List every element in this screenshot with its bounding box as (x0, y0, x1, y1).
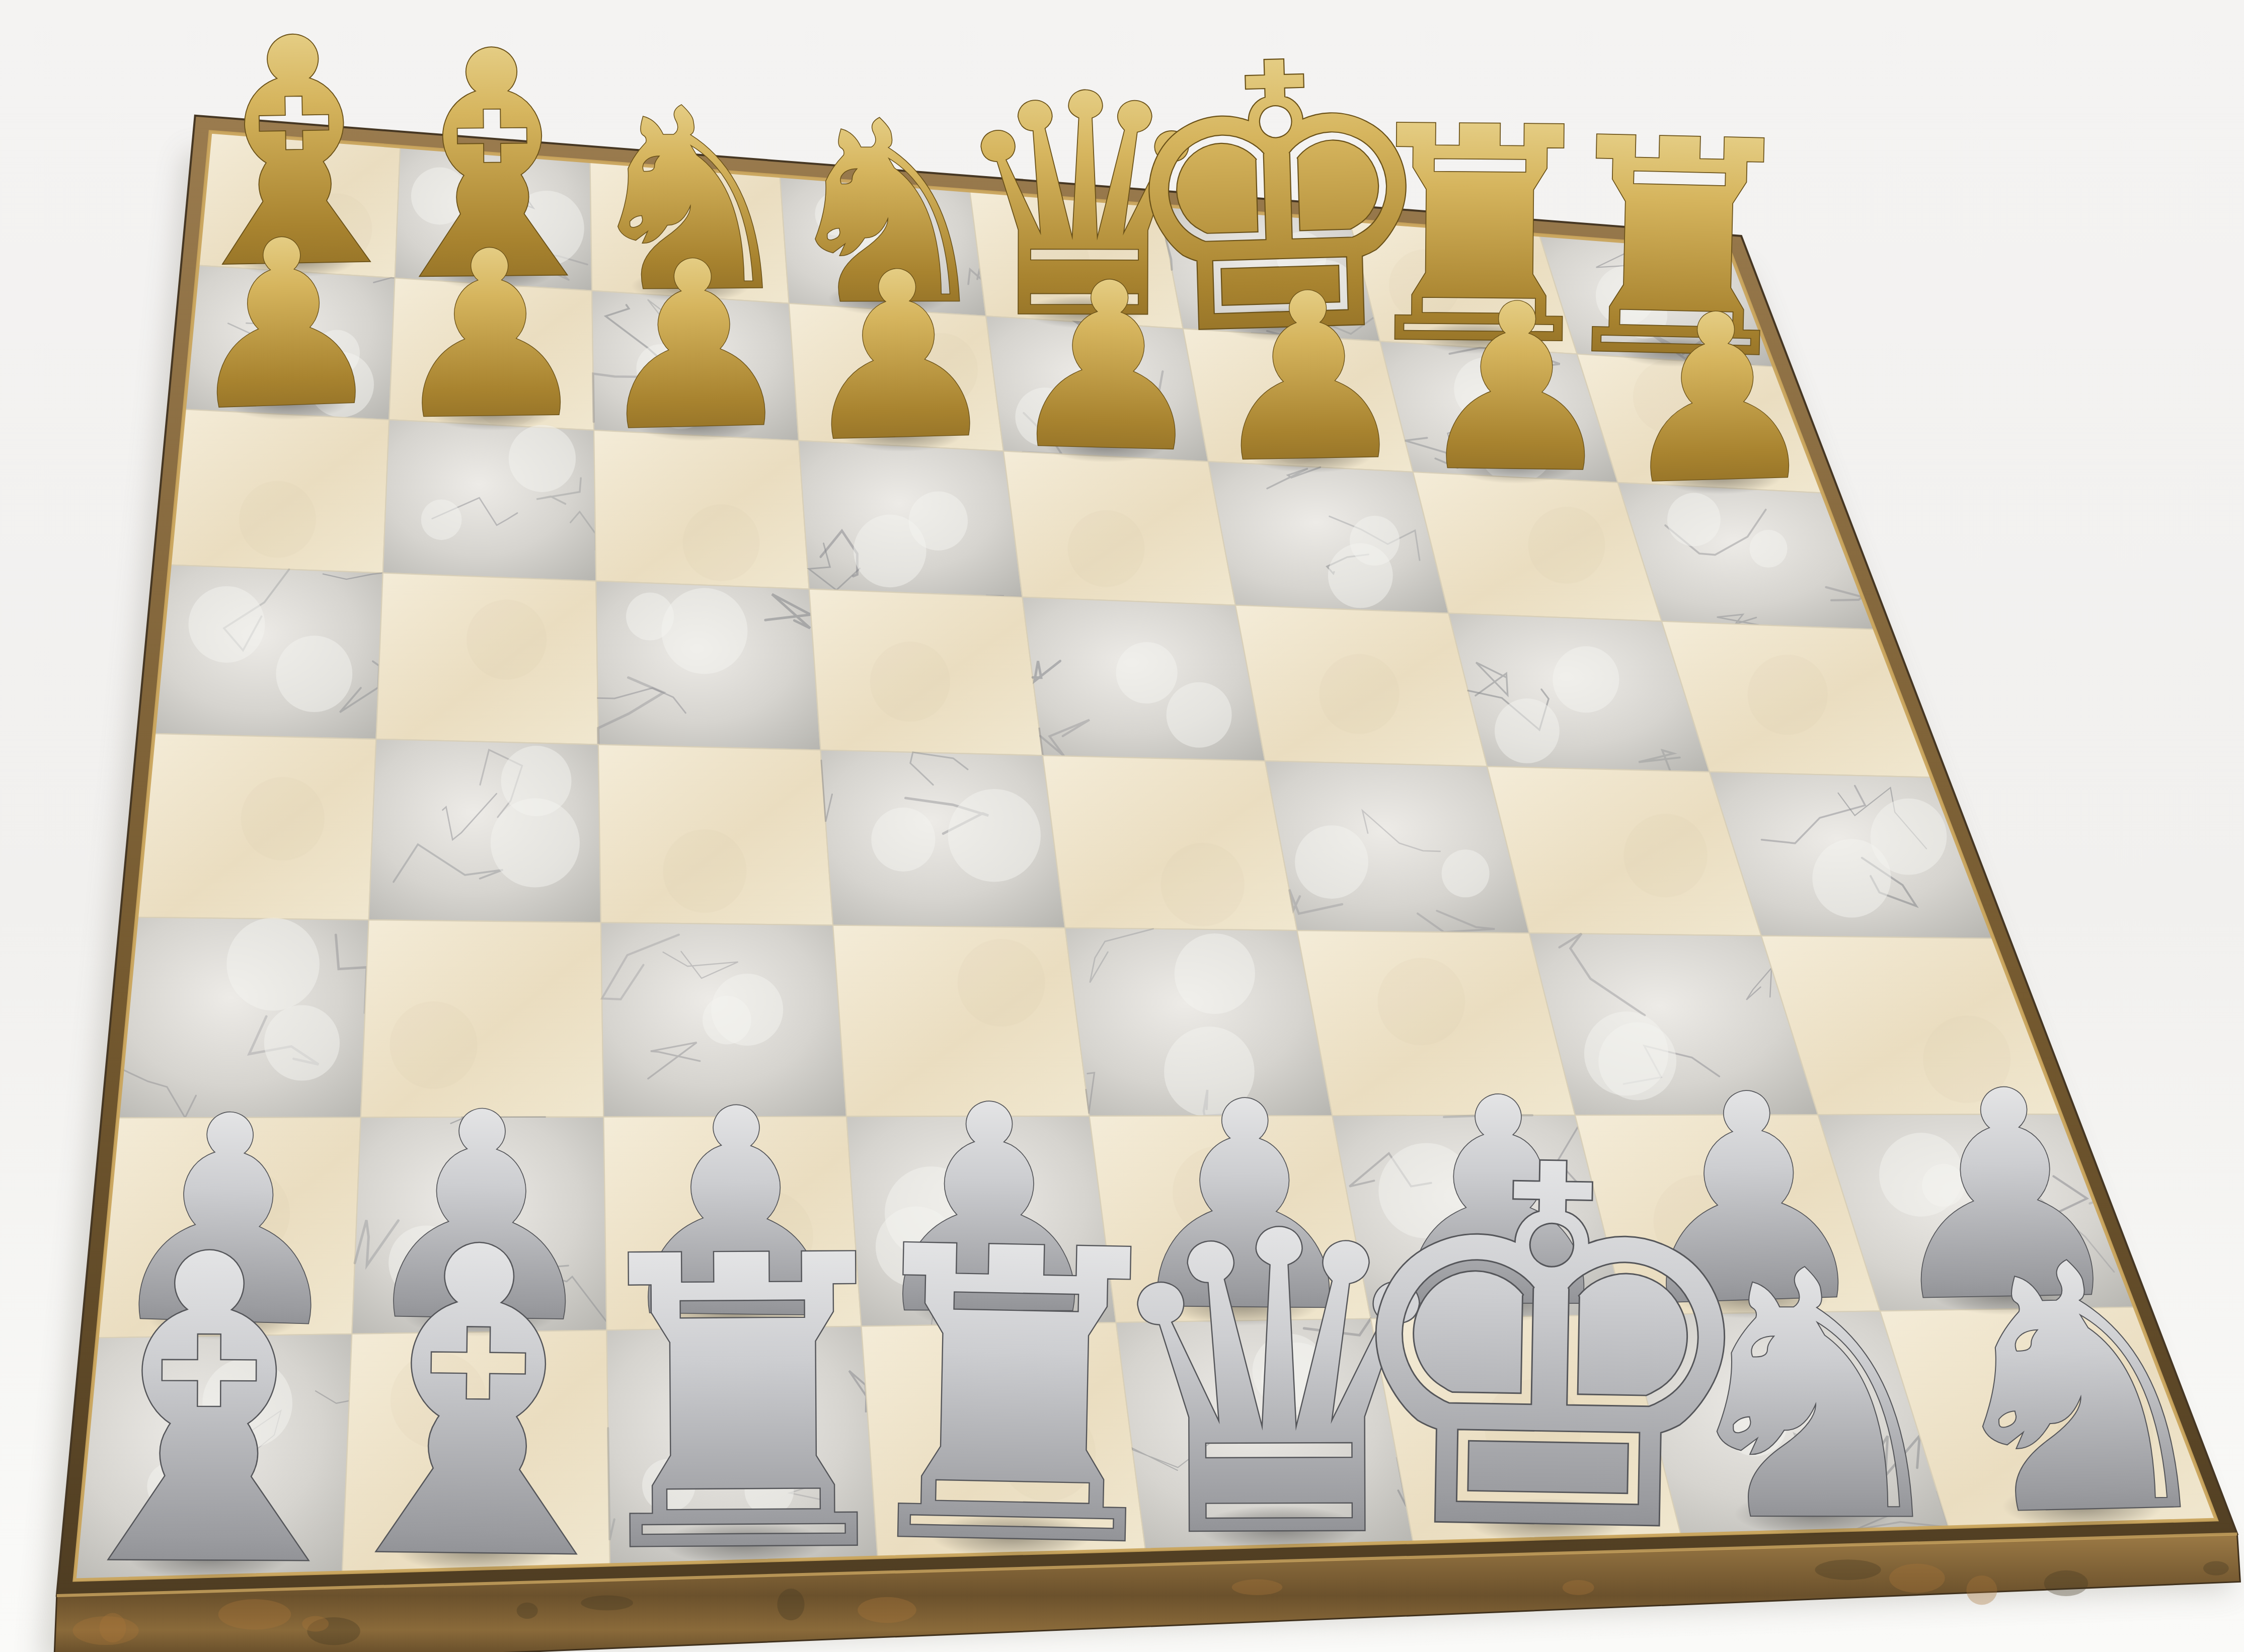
marble-tint (870, 642, 950, 722)
piece-gold-pawn-b7[interactable]: ♟ (386, 201, 595, 470)
marble-cloud (276, 636, 352, 712)
marble-cloud (626, 593, 674, 641)
piece-gold-pawn-c7[interactable]: ♟ (588, 210, 800, 482)
marble-cloud (501, 746, 572, 816)
marble-cloud (909, 492, 968, 551)
marble-cloud (1116, 642, 1178, 703)
marble-cloud (226, 918, 320, 1011)
marble-cloud (1871, 799, 1947, 875)
marble-cloud (1328, 543, 1393, 608)
marble-cloud (1175, 933, 1255, 1014)
marble-cloud (1495, 698, 1560, 763)
marble-cloud (1749, 530, 1787, 568)
marble-cloud (871, 808, 935, 872)
marble-cloud (189, 586, 265, 663)
marble-tint (958, 939, 1045, 1027)
marble-tint (1377, 958, 1465, 1046)
marble-tint (1624, 814, 1708, 897)
marble-tint (239, 481, 316, 558)
marble-cloud (948, 789, 1041, 882)
piece-gold-pawn-a7[interactable]: ♟ (177, 188, 392, 462)
marble-cloud (703, 996, 751, 1045)
marble-cloud (1295, 825, 1368, 899)
piece-gold-pawn-g7[interactable]: ♟ (1412, 254, 1620, 524)
marble-cloud (661, 588, 747, 674)
marble-cloud (1553, 646, 1619, 713)
piece-gold-pawn-e7[interactable]: ♟ (1001, 231, 1214, 504)
marble-tint (1068, 510, 1145, 587)
piece-gold-pawn-h7[interactable]: ♟ (1611, 263, 1824, 536)
marble-tint (1748, 655, 1828, 735)
chessboard-photo: ♝♝♞♞♛♚♜♜♟♟♟♟♟♟♟♟♟♟♟♟♟♟♟♟♝♝♜♜♛♚♞♞ (0, 0, 2244, 1652)
marble-cloud (1442, 849, 1490, 897)
piece-silver-knight-h1[interactable]: ♞ (1923, 1190, 2236, 1592)
piece-gold-pawn-f7[interactable]: ♟ (1204, 243, 1414, 514)
marble-tint (1319, 654, 1399, 734)
marble-tint (663, 829, 746, 913)
marble-tint (683, 504, 760, 581)
marble-tint (241, 777, 325, 860)
marble-cloud (421, 499, 462, 540)
marble-cloud (1167, 682, 1232, 748)
marble-tint (1161, 843, 1245, 926)
piece-silver-knight-g1[interactable]: ♞ (1662, 1200, 1968, 1596)
square-a5[interactable] (154, 565, 383, 739)
marble-tint (467, 600, 547, 680)
photo-stage: ♝♝♞♞♛♚♜♜♟♟♟♟♟♟♟♟♟♟♟♟♟♟♟♟♝♝♜♜♛♚♞♞ (0, 0, 2244, 1652)
piece-gold-pawn-d7[interactable]: ♟ (793, 221, 1005, 493)
